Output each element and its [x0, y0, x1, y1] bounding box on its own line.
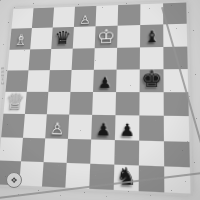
square-d1 [65, 163, 90, 189]
square-a3 [1, 114, 25, 137]
board-emblem: ❖ [6, 172, 22, 188]
square-f1 [114, 164, 139, 191]
square-b2 [21, 137, 45, 162]
square-c8 [53, 7, 75, 28]
square-d2 [67, 138, 92, 163]
square-g5 [140, 69, 164, 92]
square-b5 [27, 70, 50, 92]
square-b6 [28, 49, 51, 71]
square-g3 [139, 116, 164, 141]
square-b7 [30, 28, 52, 49]
square-c2 [44, 138, 68, 163]
square-e4 [92, 92, 116, 115]
square-a8 [11, 8, 33, 29]
square-e5 [93, 69, 117, 92]
square-b8 [32, 8, 54, 29]
square-f4 [115, 92, 139, 116]
square-a7 [10, 28, 32, 49]
square-f6 [117, 47, 140, 69]
square-f2 [114, 140, 139, 166]
square-d4 [69, 92, 93, 115]
square-e3 [91, 115, 115, 139]
square-c4 [47, 92, 71, 115]
chess-board: ♙♗♛♔♝♟♚♕♙♟♟♞ [0, 3, 190, 194]
board-emblem-glyph: ❖ [10, 176, 17, 185]
square-c6 [50, 48, 73, 70]
square-b3 [23, 114, 47, 138]
square-d6 [72, 48, 95, 70]
square-e6 [94, 47, 117, 69]
square-b4 [25, 92, 48, 115]
square-d7 [73, 27, 96, 49]
square-h4 [164, 92, 189, 116]
square-f5 [116, 69, 140, 92]
square-b1 [19, 161, 44, 187]
square-d5 [70, 70, 93, 92]
chessboard-photo: ♙♗♛♔♝♟♚♕♙♟♟♞ CHESS ❖ [0, 0, 200, 200]
square-c3 [45, 115, 69, 139]
square-f8 [118, 4, 141, 26]
square-c1 [42, 162, 67, 188]
square-e8 [96, 5, 119, 26]
square-h1 [164, 166, 190, 193]
square-e7 [95, 26, 118, 48]
square-a2 [0, 137, 23, 161]
square-g8 [140, 3, 163, 25]
square-a5 [6, 70, 29, 92]
square-d8 [74, 6, 96, 27]
square-g7 [140, 25, 163, 47]
square-a6 [8, 49, 31, 70]
square-h2 [164, 141, 190, 167]
square-g2 [139, 140, 164, 166]
square-e2 [90, 139, 115, 164]
square-d3 [68, 115, 92, 139]
photo-speckles [0, 0, 1, 1]
board-brand-label: CHESS [0, 66, 6, 84]
square-g4 [139, 92, 163, 116]
square-a4 [3, 92, 26, 114]
square-c7 [51, 27, 74, 48]
square-g6 [140, 46, 164, 69]
square-h3 [164, 116, 190, 141]
square-f7 [117, 25, 140, 47]
square-c5 [48, 70, 71, 92]
square-f3 [115, 115, 139, 140]
